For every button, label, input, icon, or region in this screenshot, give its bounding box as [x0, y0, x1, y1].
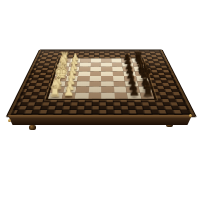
square-h7[interactable]: ♟ — [127, 93, 141, 99]
square-h6[interactable] — [114, 93, 128, 99]
square-d5[interactable] — [101, 71, 113, 76]
square-g4[interactable] — [88, 87, 101, 93]
square-f6[interactable] — [113, 81, 126, 86]
square-f5[interactable] — [101, 81, 113, 86]
square-h5[interactable] — [101, 93, 114, 99]
square-d3[interactable] — [78, 71, 90, 76]
square-f3[interactable] — [76, 81, 89, 86]
square-b4[interactable] — [90, 62, 101, 66]
brass-pin-right — [189, 114, 192, 117]
chessboard: ♜♟♟♜♞♟♟♞♝♟♟♝♛♟♟♛♚♟♟♚♝♟♟♝♞♟♟♞♜♟♟♜ — [6, 49, 197, 117]
square-h3[interactable] — [75, 93, 89, 99]
square-b5[interactable] — [101, 62, 112, 66]
square-f4[interactable] — [89, 81, 101, 86]
board-foot-left — [29, 125, 36, 130]
white-pawn[interactable]: ♟ — [61, 87, 74, 98]
brass-pin-left — [8, 119, 11, 122]
white-rook[interactable]: ♜ — [48, 85, 61, 99]
square-d6[interactable] — [112, 71, 124, 76]
square-h8[interactable]: ♜ — [139, 93, 154, 99]
square-b6[interactable] — [111, 62, 122, 66]
square-g3[interactable] — [76, 87, 89, 93]
square-b3[interactable] — [79, 62, 90, 66]
square-h4[interactable] — [88, 93, 101, 99]
square-g6[interactable] — [113, 87, 126, 93]
black-pawn[interactable]: ♟ — [128, 87, 141, 98]
board-front-edge — [6, 115, 194, 125]
square-h2[interactable]: ♟ — [61, 93, 75, 99]
square-g5[interactable] — [101, 87, 114, 93]
play-area: ♜♟♟♜♞♟♟♞♝♟♟♝♛♟♟♛♚♟♟♚♝♟♟♝♞♟♟♞♜♟♟♜ — [48, 59, 154, 99]
square-h1[interactable]: ♜ — [48, 93, 63, 99]
black-rook[interactable]: ♜ — [141, 85, 154, 99]
product-photo-scene: ♜♟♟♜♞♟♟♞♝♟♟♝♛♟♟♛♚♟♟♚♝♟♟♝♞♟♟♞♜♟♟♜ — [0, 0, 200, 200]
square-d4[interactable] — [90, 71, 102, 76]
